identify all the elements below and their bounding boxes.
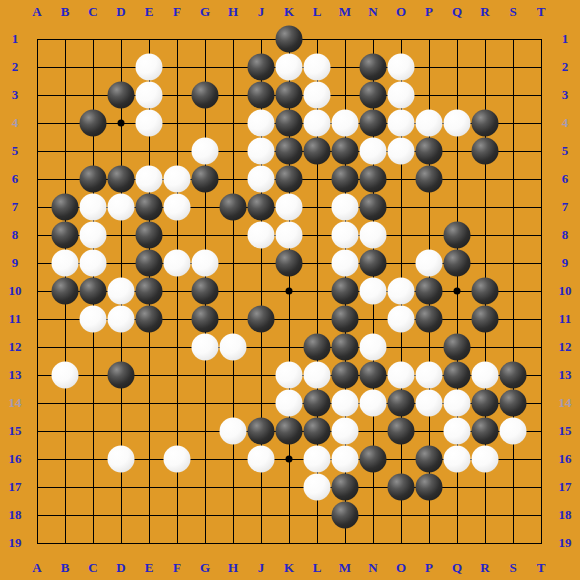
white-stone-P13[interactable] (416, 362, 443, 389)
black-stone-M17[interactable] (332, 474, 359, 501)
go-board-app: AABBCCDDEEFFGGHHJJKKLLMMNNOOPPQQRRSSTT11… (0, 0, 580, 580)
row-label-left-14: 14 (4, 396, 26, 410)
white-stone-L16[interactable] (304, 446, 331, 473)
black-stone-E7[interactable] (136, 194, 163, 221)
black-stone-N2[interactable] (360, 54, 387, 81)
black-stone-H7[interactable] (220, 194, 247, 221)
black-stone-L14[interactable] (304, 390, 331, 417)
black-stone-M5[interactable] (332, 138, 359, 165)
white-stone-L4[interactable] (304, 110, 331, 137)
black-stone-Q13[interactable] (444, 362, 471, 389)
black-stone-G6[interactable] (192, 166, 219, 193)
black-stone-Q12[interactable] (444, 334, 471, 361)
white-stone-D10[interactable] (108, 278, 135, 305)
white-stone-E4[interactable] (136, 110, 163, 137)
white-stone-D11[interactable] (108, 306, 135, 333)
white-stone-R13[interactable] (472, 362, 499, 389)
column-label-bottom-E: E (138, 561, 160, 575)
black-stone-L5[interactable] (304, 138, 331, 165)
white-stone-C9[interactable] (80, 250, 107, 277)
row-label-left-11: 11 (4, 312, 26, 326)
white-stone-J4[interactable] (248, 110, 275, 137)
column-label-bottom-G: G (194, 561, 216, 575)
black-stone-D6[interactable] (108, 166, 135, 193)
white-stone-L17[interactable] (304, 474, 331, 501)
white-stone-L2[interactable] (304, 54, 331, 81)
white-stone-O10[interactable] (388, 278, 415, 305)
black-stone-P17[interactable] (416, 474, 443, 501)
row-label-right-3: 3 (554, 88, 576, 102)
column-label-bottom-A: A (26, 561, 48, 575)
column-label-bottom-P: P (418, 561, 440, 575)
black-stone-N13[interactable] (360, 362, 387, 389)
column-label-bottom-D: D (110, 561, 132, 575)
black-stone-M11[interactable] (332, 306, 359, 333)
white-stone-O5[interactable] (388, 138, 415, 165)
row-label-left-13: 13 (4, 368, 26, 382)
white-stone-M15[interactable] (332, 418, 359, 445)
black-stone-N9[interactable] (360, 250, 387, 277)
black-stone-P16[interactable] (416, 446, 443, 473)
black-stone-M18[interactable] (332, 502, 359, 529)
white-stone-E6[interactable] (136, 166, 163, 193)
row-label-right-7: 7 (554, 200, 576, 214)
row-label-right-4: 4 (554, 116, 576, 130)
white-stone-D16[interactable] (108, 446, 135, 473)
column-label-bottom-N: N (362, 561, 384, 575)
white-stone-Q14[interactable] (444, 390, 471, 417)
black-stone-B10[interactable] (52, 278, 79, 305)
black-stone-Q9[interactable] (444, 250, 471, 277)
black-stone-R11[interactable] (472, 306, 499, 333)
column-label-bottom-S: S (502, 561, 524, 575)
black-stone-N6[interactable] (360, 166, 387, 193)
black-stone-J2[interactable] (248, 54, 275, 81)
white-stone-C8[interactable] (80, 222, 107, 249)
black-stone-R15[interactable] (472, 418, 499, 445)
row-label-right-1: 1 (554, 32, 576, 46)
row-label-right-9: 9 (554, 256, 576, 270)
black-stone-M13[interactable] (332, 362, 359, 389)
column-label-bottom-O: O (390, 561, 412, 575)
black-stone-P6[interactable] (416, 166, 443, 193)
black-stone-S14[interactable] (500, 390, 527, 417)
star-point-K16 (286, 456, 293, 463)
white-stone-F6[interactable] (164, 166, 191, 193)
white-stone-B13[interactable] (52, 362, 79, 389)
white-stone-J16[interactable] (248, 446, 275, 473)
black-stone-P10[interactable] (416, 278, 443, 305)
black-stone-K4[interactable] (276, 110, 303, 137)
black-stone-C4[interactable] (80, 110, 107, 137)
row-label-left-3: 3 (4, 88, 26, 102)
column-label-top-R: R (474, 5, 496, 19)
column-label-top-F: F (166, 5, 188, 19)
white-stone-H12[interactable] (220, 334, 247, 361)
white-stone-M7[interactable] (332, 194, 359, 221)
black-stone-N4[interactable] (360, 110, 387, 137)
column-label-top-P: P (418, 5, 440, 19)
row-label-right-2: 2 (554, 60, 576, 74)
white-stone-P14[interactable] (416, 390, 443, 417)
black-stone-J15[interactable] (248, 418, 275, 445)
white-stone-H15[interactable] (220, 418, 247, 445)
column-label-top-C: C (82, 5, 104, 19)
white-stone-F7[interactable] (164, 194, 191, 221)
white-stone-M8[interactable] (332, 222, 359, 249)
white-stone-Q15[interactable] (444, 418, 471, 445)
column-label-top-M: M (334, 5, 356, 19)
white-stone-F9[interactable] (164, 250, 191, 277)
star-point-D4 (118, 120, 125, 127)
column-label-bottom-J: J (250, 561, 272, 575)
black-stone-R14[interactable] (472, 390, 499, 417)
column-label-top-H: H (222, 5, 244, 19)
white-stone-N10[interactable] (360, 278, 387, 305)
column-label-bottom-K: K (278, 561, 300, 575)
white-stone-O4[interactable] (388, 110, 415, 137)
white-stone-D7[interactable] (108, 194, 135, 221)
column-label-top-D: D (110, 5, 132, 19)
column-label-bottom-T: T (530, 561, 552, 575)
white-stone-O3[interactable] (388, 82, 415, 109)
black-stone-N3[interactable] (360, 82, 387, 109)
row-label-right-15: 15 (554, 424, 576, 438)
column-label-top-K: K (278, 5, 300, 19)
row-label-right-10: 10 (554, 284, 576, 298)
row-label-left-7: 7 (4, 200, 26, 214)
black-stone-D3[interactable] (108, 82, 135, 109)
white-stone-C11[interactable] (80, 306, 107, 333)
black-stone-B7[interactable] (52, 194, 79, 221)
row-label-left-10: 10 (4, 284, 26, 298)
row-label-right-17: 17 (554, 480, 576, 494)
column-label-top-E: E (138, 5, 160, 19)
row-label-left-17: 17 (4, 480, 26, 494)
row-label-left-15: 15 (4, 424, 26, 438)
white-stone-G12[interactable] (192, 334, 219, 361)
black-stone-G3[interactable] (192, 82, 219, 109)
white-stone-M14[interactable] (332, 390, 359, 417)
black-stone-R4[interactable] (472, 110, 499, 137)
white-stone-G5[interactable] (192, 138, 219, 165)
white-stone-G9[interactable] (192, 250, 219, 277)
black-stone-M10[interactable] (332, 278, 359, 305)
row-label-right-18: 18 (554, 508, 576, 522)
white-stone-K7[interactable] (276, 194, 303, 221)
white-stone-P9[interactable] (416, 250, 443, 277)
white-stone-L13[interactable] (304, 362, 331, 389)
white-stone-S15[interactable] (500, 418, 527, 445)
row-label-left-1: 1 (4, 32, 26, 46)
white-stone-R16[interactable] (472, 446, 499, 473)
white-stone-N14[interactable] (360, 390, 387, 417)
row-label-left-8: 8 (4, 228, 26, 242)
column-label-bottom-L: L (306, 561, 328, 575)
white-stone-N8[interactable] (360, 222, 387, 249)
black-stone-K5[interactable] (276, 138, 303, 165)
row-label-left-12: 12 (4, 340, 26, 354)
white-stone-K14[interactable] (276, 390, 303, 417)
black-stone-M6[interactable] (332, 166, 359, 193)
row-label-left-5: 5 (4, 144, 26, 158)
black-stone-L15[interactable] (304, 418, 331, 445)
black-stone-J11[interactable] (248, 306, 275, 333)
row-label-left-18: 18 (4, 508, 26, 522)
white-stone-O13[interactable] (388, 362, 415, 389)
white-stone-N5[interactable] (360, 138, 387, 165)
column-label-top-S: S (502, 5, 524, 19)
white-stone-P4[interactable] (416, 110, 443, 137)
black-stone-R5[interactable] (472, 138, 499, 165)
black-stone-E9[interactable] (136, 250, 163, 277)
column-label-top-J: J (250, 5, 272, 19)
white-stone-C7[interactable] (80, 194, 107, 221)
black-stone-B8[interactable] (52, 222, 79, 249)
column-label-bottom-C: C (82, 561, 104, 575)
column-label-bottom-M: M (334, 561, 356, 575)
white-stone-L3[interactable] (304, 82, 331, 109)
black-stone-R10[interactable] (472, 278, 499, 305)
row-label-right-11: 11 (554, 312, 576, 326)
black-stone-K1[interactable] (276, 26, 303, 53)
black-stone-Q8[interactable] (444, 222, 471, 249)
white-stone-M16[interactable] (332, 446, 359, 473)
black-stone-J3[interactable] (248, 82, 275, 109)
black-stone-G10[interactable] (192, 278, 219, 305)
black-stone-E8[interactable] (136, 222, 163, 249)
row-label-left-19: 19 (4, 536, 26, 550)
black-stone-O15[interactable] (388, 418, 415, 445)
white-stone-B9[interactable] (52, 250, 79, 277)
column-label-bottom-Q: Q (446, 561, 468, 575)
white-stone-Q16[interactable] (444, 446, 471, 473)
column-label-bottom-H: H (222, 561, 244, 575)
row-label-right-16: 16 (554, 452, 576, 466)
black-stone-P5[interactable] (416, 138, 443, 165)
white-stone-N12[interactable] (360, 334, 387, 361)
column-label-top-N: N (362, 5, 384, 19)
column-label-bottom-F: F (166, 561, 188, 575)
black-stone-D13[interactable] (108, 362, 135, 389)
white-stone-K13[interactable] (276, 362, 303, 389)
column-label-top-T: T (530, 5, 552, 19)
row-label-left-6: 6 (4, 172, 26, 186)
black-stone-E10[interactable] (136, 278, 163, 305)
white-stone-O2[interactable] (388, 54, 415, 81)
star-point-K10 (286, 288, 293, 295)
row-label-left-9: 9 (4, 256, 26, 270)
row-label-left-4: 4 (4, 116, 26, 130)
white-stone-K8[interactable] (276, 222, 303, 249)
black-stone-C10[interactable] (80, 278, 107, 305)
black-stone-E11[interactable] (136, 306, 163, 333)
white-stone-J8[interactable] (248, 222, 275, 249)
black-stone-K6[interactable] (276, 166, 303, 193)
column-label-top-Q: Q (446, 5, 468, 19)
black-stone-K15[interactable] (276, 418, 303, 445)
white-stone-M4[interactable] (332, 110, 359, 137)
black-stone-O14[interactable] (388, 390, 415, 417)
black-stone-P11[interactable] (416, 306, 443, 333)
row-label-right-13: 13 (554, 368, 576, 382)
white-stone-J5[interactable] (248, 138, 275, 165)
white-stone-F16[interactable] (164, 446, 191, 473)
black-stone-N16[interactable] (360, 446, 387, 473)
white-stone-O11[interactable] (388, 306, 415, 333)
black-stone-M12[interactable] (332, 334, 359, 361)
column-label-bottom-R: R (474, 561, 496, 575)
column-label-top-O: O (390, 5, 412, 19)
black-stone-N7[interactable] (360, 194, 387, 221)
black-stone-O17[interactable] (388, 474, 415, 501)
black-stone-C6[interactable] (80, 166, 107, 193)
white-stone-J6[interactable] (248, 166, 275, 193)
black-stone-K3[interactable] (276, 82, 303, 109)
white-stone-E2[interactable] (136, 54, 163, 81)
column-label-top-L: L (306, 5, 328, 19)
white-stone-M9[interactable] (332, 250, 359, 277)
column-label-top-A: A (26, 5, 48, 19)
white-stone-E3[interactable] (136, 82, 163, 109)
star-point-Q10 (454, 288, 461, 295)
column-label-top-G: G (194, 5, 216, 19)
black-stone-L12[interactable] (304, 334, 331, 361)
row-label-right-5: 5 (554, 144, 576, 158)
row-label-right-19: 19 (554, 536, 576, 550)
column-label-top-B: B (54, 5, 76, 19)
black-stone-S13[interactable] (500, 362, 527, 389)
row-label-right-6: 6 (554, 172, 576, 186)
row-label-left-16: 16 (4, 452, 26, 466)
row-label-right-14: 14 (554, 396, 576, 410)
column-label-bottom-B: B (54, 561, 76, 575)
white-stone-Q4[interactable] (444, 110, 471, 137)
white-stone-K2[interactable] (276, 54, 303, 81)
row-label-right-8: 8 (554, 228, 576, 242)
black-stone-G11[interactable] (192, 306, 219, 333)
row-label-right-12: 12 (554, 340, 576, 354)
black-stone-K9[interactable] (276, 250, 303, 277)
black-stone-J7[interactable] (248, 194, 275, 221)
row-label-left-2: 2 (4, 60, 26, 74)
